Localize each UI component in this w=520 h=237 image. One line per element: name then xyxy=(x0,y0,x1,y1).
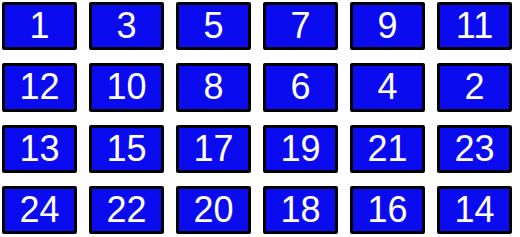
number-tile-16[interactable]: 16 xyxy=(350,186,425,234)
number-tile-12[interactable]: 12 xyxy=(2,63,77,111)
number-tile-10[interactable]: 10 xyxy=(89,63,164,111)
number-tile-3[interactable]: 3 xyxy=(89,2,164,50)
number-tile-15[interactable]: 15 xyxy=(89,125,164,173)
number-tile-22[interactable]: 22 xyxy=(89,186,164,234)
number-tile-13[interactable]: 13 xyxy=(2,125,77,173)
number-tile-2[interactable]: 2 xyxy=(437,63,512,111)
number-tile-21[interactable]: 21 xyxy=(350,125,425,173)
number-tile-5[interactable]: 5 xyxy=(176,2,251,50)
number-tile-6[interactable]: 6 xyxy=(263,63,338,111)
number-tile-4[interactable]: 4 xyxy=(350,63,425,111)
number-tile-8[interactable]: 8 xyxy=(176,63,251,111)
number-tile-board: 135791112108642131517192123242220181614 xyxy=(0,0,520,237)
number-tile-18[interactable]: 18 xyxy=(263,186,338,234)
number-tile-11[interactable]: 11 xyxy=(437,2,512,50)
number-tile-19[interactable]: 19 xyxy=(263,125,338,173)
number-tile-17[interactable]: 17 xyxy=(176,125,251,173)
number-tile-1[interactable]: 1 xyxy=(2,2,77,50)
number-tile-9[interactable]: 9 xyxy=(350,2,425,50)
number-tile-24[interactable]: 24 xyxy=(2,186,77,234)
number-tile-20[interactable]: 20 xyxy=(176,186,251,234)
number-tile-7[interactable]: 7 xyxy=(263,2,338,50)
number-tile-14[interactable]: 14 xyxy=(437,186,512,234)
number-tile-23[interactable]: 23 xyxy=(437,125,512,173)
